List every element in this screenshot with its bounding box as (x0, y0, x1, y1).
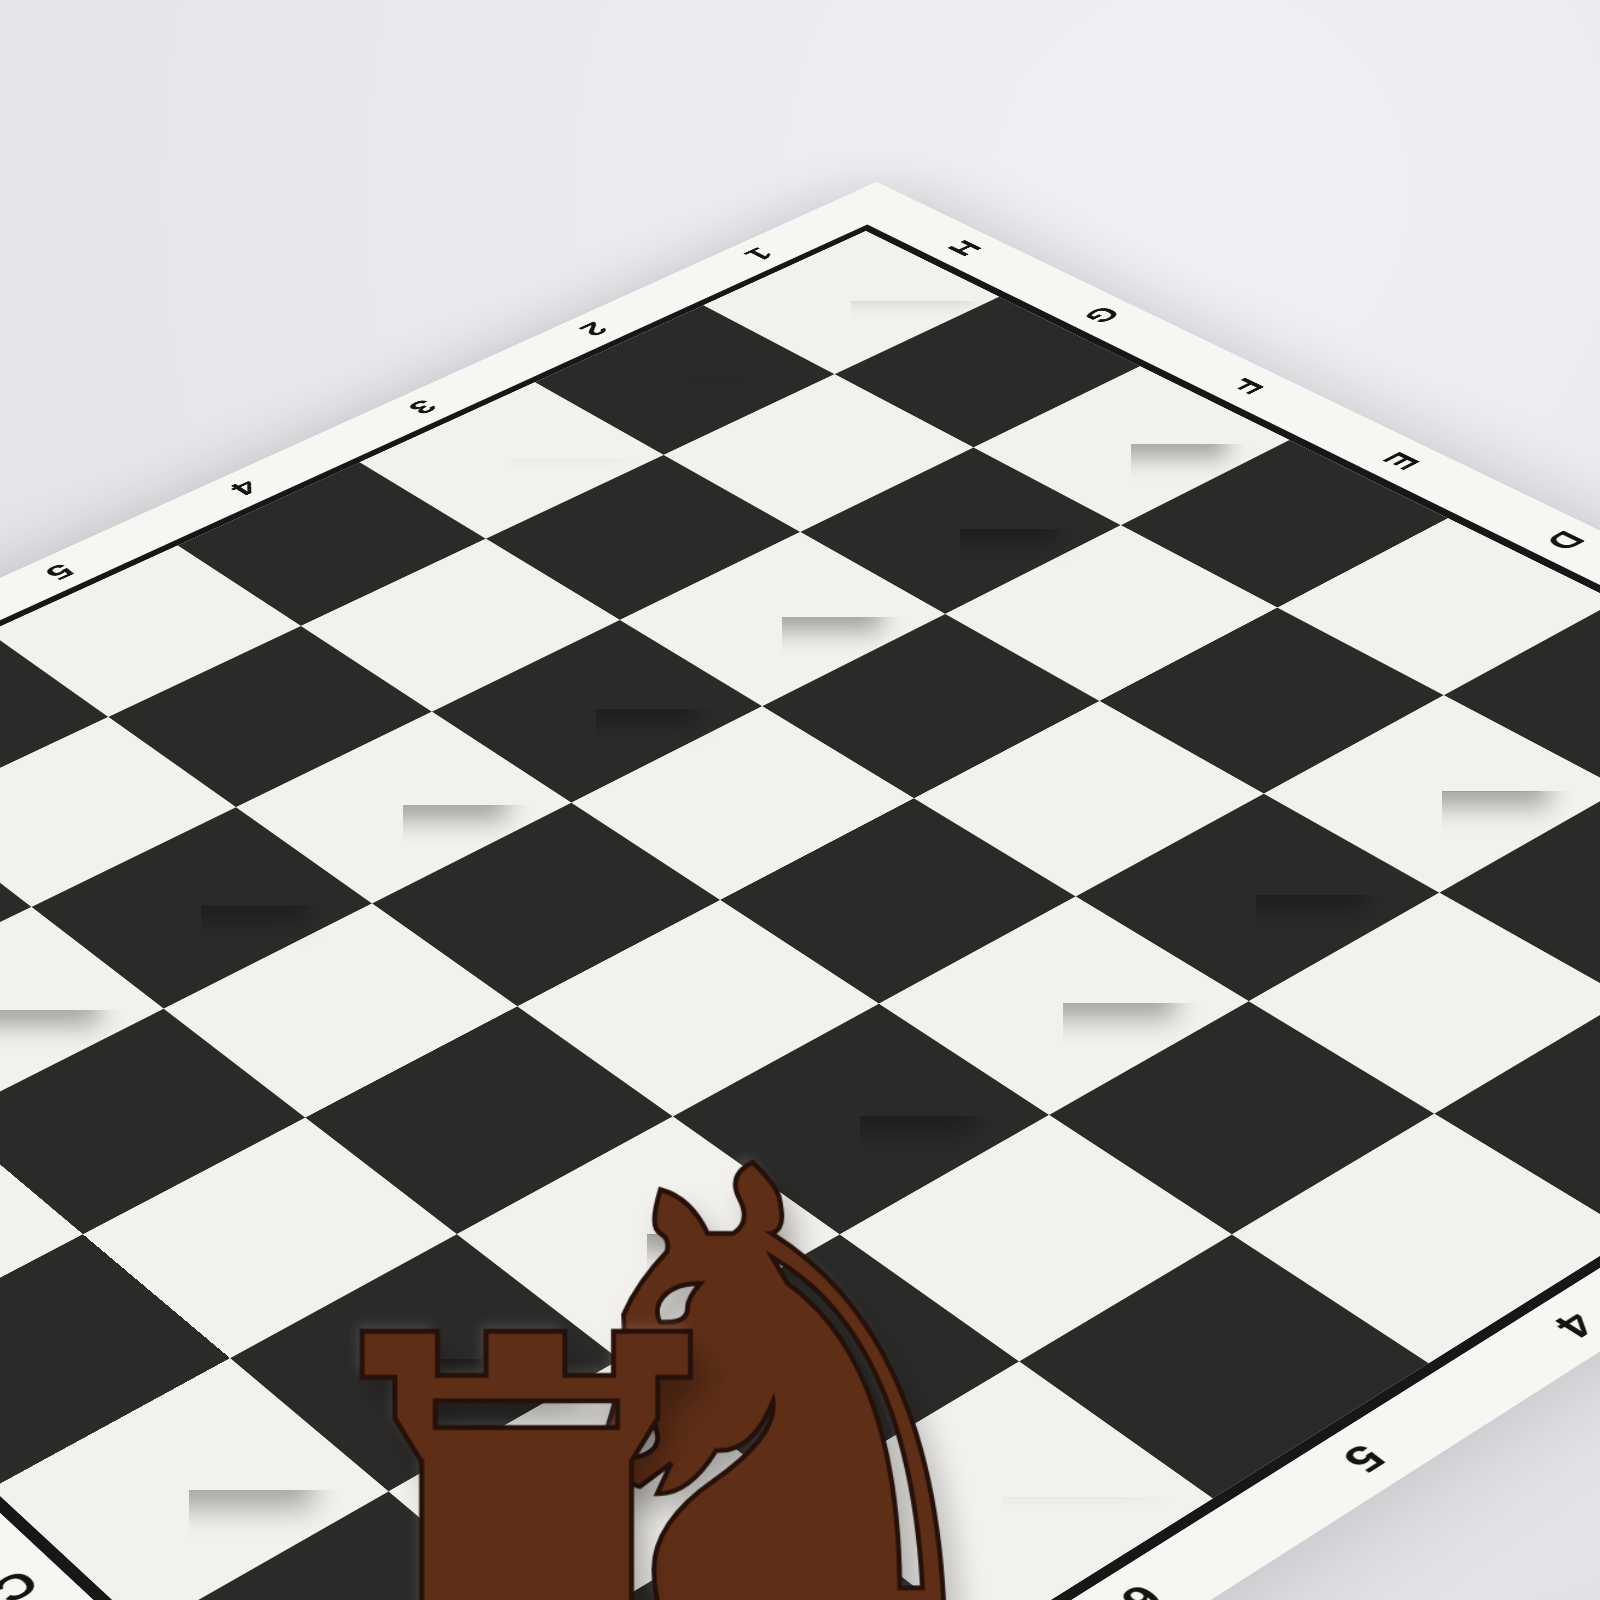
rank-label-right-4: 4 (1542, 1304, 1600, 1345)
pawn-glyph: ♟ (0, 726, 139, 1058)
file-label-bottom-C: C (0, 1562, 49, 1600)
file-label-top-E: E (1375, 447, 1429, 474)
rook-glyph: ♜ (265, 1264, 788, 1600)
board-grid: ♜♟♟♞♟♟♝♟♟♝♚♟♟♚♛♟♟♛♝♟♟♝♟♟♞♟♜ (0, 231, 1600, 1600)
rank-label-right-5: 5 (1331, 1437, 1397, 1481)
rank-label-right-6: 6 (1109, 1576, 1176, 1600)
